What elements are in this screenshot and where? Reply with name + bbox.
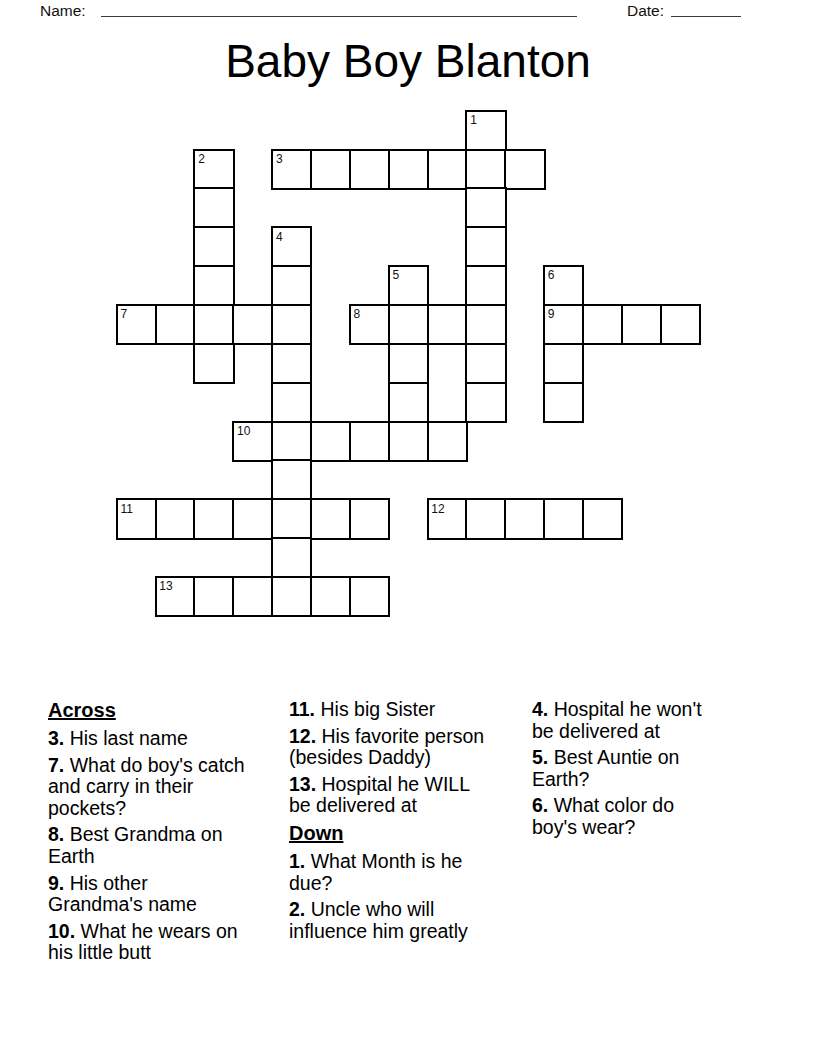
grid-cell-r10c4[interactable] [271, 498, 312, 539]
grid-cell-r10c11[interactable] [543, 498, 584, 539]
cell-number-5: 5 [392, 269, 399, 281]
grid-cell-r7c9[interactable] [465, 382, 506, 423]
clue-1: 1. What Month is he due? [289, 851, 495, 894]
grid-cell-r5c8[interactable] [427, 304, 468, 345]
grid-cell-r7c7[interactable] [388, 382, 429, 423]
cell-number-2: 2 [198, 153, 205, 165]
clue-4: 4. Hospital he won't be delivered at [532, 699, 724, 742]
clue-3-number: 3. [48, 727, 64, 749]
grid-cell-r8c5[interactable] [310, 421, 351, 462]
grid-cell-r6c11[interactable] [543, 343, 584, 384]
clue-5-number: 5. [532, 746, 548, 768]
clue-13-number: 13. [289, 773, 316, 795]
grid-cell-r5c2[interactable] [193, 304, 234, 345]
clue-4-number: 4. [532, 698, 548, 720]
grid-cell-r12c6[interactable] [349, 576, 390, 617]
clue-column-1: Across3. His last name7. What do boy's c… [48, 699, 246, 969]
grid-cell-r10c9[interactable] [465, 498, 506, 539]
grid-cell-r1c10[interactable] [504, 149, 545, 190]
clue-7: 7. What do boy's catch and carry in thei… [48, 755, 246, 820]
grid-cell-r5c14[interactable] [660, 304, 701, 345]
clue-11-number: 11. [289, 698, 315, 720]
grid-cell-r10c10[interactable] [504, 498, 545, 539]
grid-cell-r12c2[interactable] [193, 576, 234, 617]
grid-cell-r8c6[interactable] [349, 421, 390, 462]
grid-cell-r5c9[interactable] [465, 304, 506, 345]
grid-cell-r10c3[interactable] [232, 498, 273, 539]
grid-cell-r12c4[interactable] [271, 576, 312, 617]
clue-7-number: 7. [48, 754, 64, 776]
grid-cell-r5c1[interactable] [155, 304, 196, 345]
grid-cell-r12c3[interactable] [232, 576, 273, 617]
grid-cell-r1c8[interactable] [427, 149, 468, 190]
clue-5: 5. Best Auntie on Earth? [532, 747, 724, 790]
grid-cell-r8c4[interactable] [271, 421, 312, 462]
across-heading: Across [48, 699, 246, 721]
grid-cell-r5c7[interactable] [388, 304, 429, 345]
grid-cell-r6c2[interactable] [193, 343, 234, 384]
clue-3: 3. His last name [48, 728, 246, 750]
grid-cell-r7c4[interactable] [271, 382, 312, 423]
grid-cell-r6c9[interactable] [465, 343, 506, 384]
clue-column-2: 11. His big Sister12. His favorite perso… [289, 699, 495, 947]
grid-cell-r4c4[interactable] [271, 265, 312, 306]
cell-number-4: 4 [276, 231, 283, 243]
cell-number-6: 6 [548, 269, 555, 281]
grid-cell-r4c2[interactable] [193, 265, 234, 306]
grid-cell-r7c11[interactable] [543, 382, 584, 423]
clue-12: 12. His favorite person (besides Daddy) [289, 726, 495, 769]
grid-cell-r10c5[interactable] [310, 498, 351, 539]
grid-cell-r10c6[interactable] [349, 498, 390, 539]
grid-cell-r4c9[interactable] [465, 265, 506, 306]
cell-number-7: 7 [121, 308, 128, 320]
clue-9-number: 9. [48, 872, 64, 894]
clue-9: 9. His other Grandma's name [48, 873, 246, 916]
cell-number-1: 1 [470, 114, 477, 126]
cell-number-8: 8 [354, 308, 361, 320]
clue-10-number: 10. [48, 920, 75, 942]
grid-cell-r10c1[interactable] [155, 498, 196, 539]
grid-cell-r12c5[interactable] [310, 576, 351, 617]
clue-1-number: 1. [289, 850, 305, 872]
clue-2: 2. Uncle who will influence him greatly [289, 899, 495, 942]
cell-number-3: 3 [276, 153, 283, 165]
down-heading: Down [289, 822, 495, 844]
grid-cell-r10c2[interactable] [193, 498, 234, 539]
grid-cell-r5c12[interactable] [582, 304, 623, 345]
grid-cell-r8c7[interactable] [388, 421, 429, 462]
grid-cell-r8c8[interactable] [427, 421, 468, 462]
clue-6-number: 6. [532, 794, 548, 816]
cell-number-13: 13 [159, 580, 172, 592]
clue-2-number: 2. [289, 898, 305, 920]
clue-10: 10. What he wears on his little butt [48, 921, 246, 964]
grid-cell-r11c4[interactable] [271, 537, 312, 578]
clue-13: 13. Hospital he WILL be delivered at [289, 774, 495, 817]
grid-cell-r1c5[interactable] [310, 149, 351, 190]
crossword-board: 12345678910111213 [0, 0, 816, 650]
grid-cell-r6c4[interactable] [271, 343, 312, 384]
clue-12-number: 12. [289, 725, 316, 747]
grid-cell-r5c4[interactable] [271, 304, 312, 345]
grid-cell-r3c2[interactable] [193, 226, 234, 267]
grid-cell-r10c12[interactable] [582, 498, 623, 539]
grid-cell-r5c3[interactable] [232, 304, 273, 345]
cell-number-11: 11 [121, 503, 133, 515]
clue-6: 6. What color do boy's wear? [532, 795, 724, 838]
grid-cell-r1c6[interactable] [349, 149, 390, 190]
grid-cell-r9c4[interactable] [271, 459, 312, 500]
grid-cell-r5c13[interactable] [621, 304, 662, 345]
cell-number-9: 9 [548, 308, 555, 320]
grid-cell-r2c9[interactable] [465, 187, 506, 228]
grid-cell-r6c7[interactable] [388, 343, 429, 384]
grid-cell-r3c9[interactable] [465, 226, 506, 267]
cell-number-10: 10 [237, 425, 250, 437]
grid-cell-r1c9[interactable] [465, 149, 506, 190]
cell-number-12: 12 [431, 503, 444, 515]
clue-column-3: 4. Hospital he won't be delivered at5. B… [532, 699, 724, 844]
clue-11: 11. His big Sister [289, 699, 495, 721]
grid-cell-r2c2[interactable] [193, 187, 234, 228]
clue-8: 8. Best Grandma on Earth [48, 824, 246, 867]
clue-8-number: 8. [48, 823, 64, 845]
grid-cell-r1c7[interactable] [388, 149, 429, 190]
